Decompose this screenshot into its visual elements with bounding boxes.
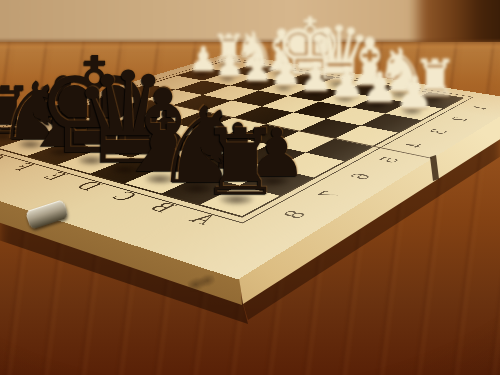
- piece-white-pawn-b2[interactable]: ♟: [361, 67, 398, 109]
- piece-white-pawn-d2[interactable]: ♟: [299, 59, 333, 97]
- chess-photo-scene: ABCDEFGH12345678 ♜♞♝♛♚♝♞♜♟♟♟♟♟♟♟♟♟♟♟♟♟♟♟…: [0, 0, 500, 375]
- piece-white-pawn-g2[interactable]: ♟: [215, 48, 245, 82]
- piece-white-pawn-f2[interactable]: ♟: [241, 51, 272, 86]
- piece-white-pawn-a2[interactable]: ♟: [394, 71, 433, 115]
- piece-black-rook-a8[interactable]: ♜: [200, 117, 282, 208]
- piece-white-pawn-c2[interactable]: ♟: [329, 63, 365, 103]
- piece-white-pawn-e2[interactable]: ♟: [269, 55, 302, 92]
